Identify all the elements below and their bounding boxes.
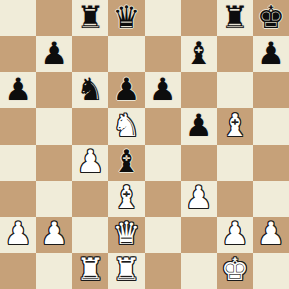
- square-f2[interactable]: [181, 217, 217, 253]
- square-f5[interactable]: ♟: [181, 108, 217, 144]
- square-a2[interactable]: ♟: [0, 217, 36, 253]
- square-g8[interactable]: ♜: [217, 0, 253, 36]
- black-pawn-piece[interactable]: ♟: [257, 38, 285, 69]
- white-knight-piece[interactable]: ♞: [113, 110, 141, 141]
- square-c1[interactable]: ♜: [72, 253, 108, 289]
- white-queen-piece[interactable]: ♛: [113, 218, 141, 249]
- black-queen-piece[interactable]: ♛: [113, 2, 141, 33]
- square-b5[interactable]: [36, 108, 72, 144]
- white-rook-piece[interactable]: ♜: [113, 254, 141, 285]
- square-c7[interactable]: [72, 36, 108, 72]
- square-d7[interactable]: [108, 36, 144, 72]
- square-b3[interactable]: [36, 181, 72, 217]
- black-pawn-piece[interactable]: ♟: [40, 38, 68, 69]
- square-h5[interactable]: [253, 108, 289, 144]
- white-pawn-piece[interactable]: ♟: [40, 218, 68, 249]
- white-pawn-piece[interactable]: ♟: [257, 218, 285, 249]
- black-pawn-piece[interactable]: ♟: [185, 110, 213, 141]
- square-f8[interactable]: [181, 0, 217, 36]
- square-e4[interactable]: [145, 145, 181, 181]
- square-b2[interactable]: ♟: [36, 217, 72, 253]
- square-a4[interactable]: [0, 145, 36, 181]
- white-pawn-piece[interactable]: ♟: [4, 218, 32, 249]
- square-d1[interactable]: ♜: [108, 253, 144, 289]
- square-g5[interactable]: ♝: [217, 108, 253, 144]
- square-g2[interactable]: ♟: [217, 217, 253, 253]
- square-g6[interactable]: [217, 72, 253, 108]
- square-h7[interactable]: ♟: [253, 36, 289, 72]
- square-e6[interactable]: ♟: [145, 72, 181, 108]
- square-a6[interactable]: ♟: [0, 72, 36, 108]
- square-a7[interactable]: [0, 36, 36, 72]
- white-rook-piece[interactable]: ♜: [76, 254, 104, 285]
- square-c6[interactable]: ♞: [72, 72, 108, 108]
- square-a5[interactable]: [0, 108, 36, 144]
- white-pawn-piece[interactable]: ♟: [221, 218, 249, 249]
- square-h6[interactable]: [253, 72, 289, 108]
- black-pawn-piece[interactable]: ♟: [4, 74, 32, 105]
- white-bishop-piece[interactable]: ♝: [113, 182, 141, 213]
- white-bishop-piece[interactable]: ♝: [221, 110, 249, 141]
- square-b7[interactable]: ♟: [36, 36, 72, 72]
- square-h8[interactable]: ♚: [253, 0, 289, 36]
- square-c3[interactable]: [72, 181, 108, 217]
- square-e1[interactable]: [145, 253, 181, 289]
- black-bishop-piece[interactable]: ♝: [185, 38, 213, 69]
- black-knight-piece[interactable]: ♞: [76, 74, 104, 105]
- black-pawn-piece[interactable]: ♟: [149, 74, 177, 105]
- square-h1[interactable]: [253, 253, 289, 289]
- square-b1[interactable]: [36, 253, 72, 289]
- black-bishop-piece[interactable]: ♝: [113, 146, 141, 177]
- square-d8[interactable]: ♛: [108, 0, 144, 36]
- square-c2[interactable]: [72, 217, 108, 253]
- square-a1[interactable]: [0, 253, 36, 289]
- black-king-piece[interactable]: ♚: [257, 2, 285, 33]
- square-e3[interactable]: [145, 181, 181, 217]
- square-d6[interactable]: ♟: [108, 72, 144, 108]
- square-e7[interactable]: [145, 36, 181, 72]
- square-c5[interactable]: [72, 108, 108, 144]
- black-rook-piece[interactable]: ♜: [76, 2, 104, 33]
- black-pawn-piece[interactable]: ♟: [113, 74, 141, 105]
- square-f7[interactable]: ♝: [181, 36, 217, 72]
- square-g4[interactable]: [217, 145, 253, 181]
- square-b6[interactable]: [36, 72, 72, 108]
- square-b8[interactable]: [36, 0, 72, 36]
- square-h3[interactable]: [253, 181, 289, 217]
- square-f1[interactable]: [181, 253, 217, 289]
- square-d4[interactable]: ♝: [108, 145, 144, 181]
- square-d3[interactable]: ♝: [108, 181, 144, 217]
- square-c4[interactable]: ♟: [72, 145, 108, 181]
- square-g7[interactable]: [217, 36, 253, 72]
- square-e8[interactable]: [145, 0, 181, 36]
- white-pawn-piece[interactable]: ♟: [76, 146, 104, 177]
- square-e2[interactable]: [145, 217, 181, 253]
- white-pawn-piece[interactable]: ♟: [185, 182, 213, 213]
- chess-board: ♜♛♜♚♟♝♟♟♞♟♟♞♟♝♟♝♝♟♟♟♛♟♟♜♜♚: [0, 0, 289, 289]
- square-a3[interactable]: [0, 181, 36, 217]
- white-king-piece[interactable]: ♚: [221, 254, 249, 285]
- square-g1[interactable]: ♚: [217, 253, 253, 289]
- square-f6[interactable]: [181, 72, 217, 108]
- square-b4[interactable]: [36, 145, 72, 181]
- black-rook-piece[interactable]: ♜: [221, 2, 249, 33]
- square-h4[interactable]: [253, 145, 289, 181]
- square-c8[interactable]: ♜: [72, 0, 108, 36]
- square-f4[interactable]: [181, 145, 217, 181]
- square-h2[interactable]: ♟: [253, 217, 289, 253]
- square-f3[interactable]: ♟: [181, 181, 217, 217]
- chess-board-container: ♜♛♜♚♟♝♟♟♞♟♟♞♟♝♟♝♝♟♟♟♛♟♟♜♜♚: [0, 0, 289, 289]
- square-d5[interactable]: ♞: [108, 108, 144, 144]
- square-g3[interactable]: [217, 181, 253, 217]
- square-e5[interactable]: [145, 108, 181, 144]
- square-a8[interactable]: [0, 0, 36, 36]
- square-d2[interactable]: ♛: [108, 217, 144, 253]
